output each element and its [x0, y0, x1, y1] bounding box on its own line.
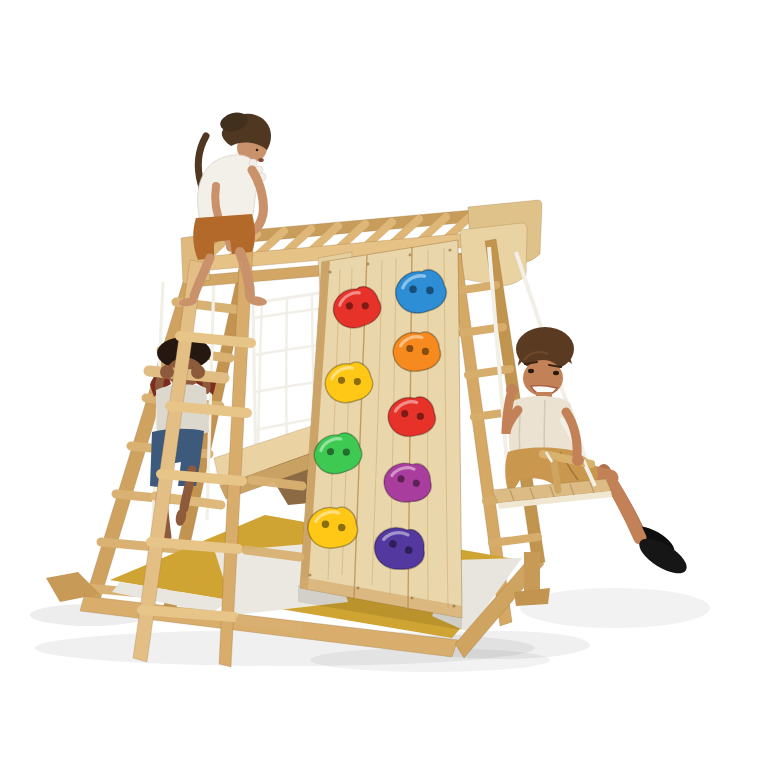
boy2-left-hand	[160, 365, 174, 379]
product-photo	[0, 0, 768, 768]
boy2-right-hand	[191, 365, 205, 379]
boy3-left-hand	[572, 454, 584, 466]
play-gym-illustration	[0, 0, 768, 768]
climbing-wall	[300, 240, 462, 618]
boy3-right-hand	[506, 384, 518, 396]
